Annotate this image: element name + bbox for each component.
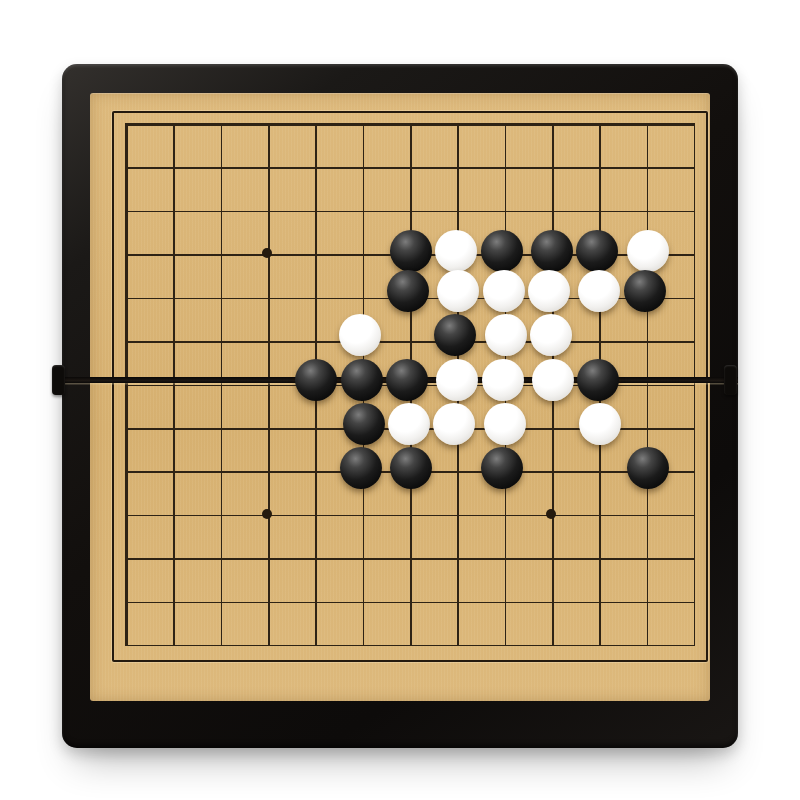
hinge-right [724,365,737,395]
white-stone[interactable] [530,314,572,356]
white-stone[interactable] [532,359,574,401]
white-stone[interactable] [627,230,669,272]
white-stone[interactable] [579,403,621,445]
white-stone[interactable] [484,403,526,445]
white-stone[interactable] [437,270,479,312]
white-stone[interactable] [433,403,475,445]
black-stone[interactable] [386,359,428,401]
white-stone[interactable] [482,359,524,401]
black-stone[interactable] [531,230,573,272]
black-stone[interactable] [387,270,429,312]
black-stone[interactable] [390,230,432,272]
black-stone[interactable] [624,270,666,312]
white-stone[interactable] [483,270,525,312]
black-stone[interactable] [481,230,523,272]
black-stone[interactable] [340,447,382,489]
white-stone[interactable] [528,270,570,312]
white-stone[interactable] [388,403,430,445]
black-stone[interactable] [627,447,669,489]
white-stone[interactable] [436,359,478,401]
white-stone[interactable] [339,314,381,356]
black-stone[interactable] [577,359,619,401]
white-stone[interactable] [435,230,477,272]
black-stone[interactable] [576,230,618,272]
white-stone[interactable] [578,270,620,312]
product-photo-scene [0,0,800,800]
white-stone[interactable] [485,314,527,356]
black-stone[interactable] [341,359,383,401]
black-stone[interactable] [434,314,476,356]
black-stone[interactable] [390,447,432,489]
black-stone[interactable] [343,403,385,445]
black-stone[interactable] [481,447,523,489]
black-stone[interactable] [295,359,337,401]
hinge-left [52,365,65,395]
